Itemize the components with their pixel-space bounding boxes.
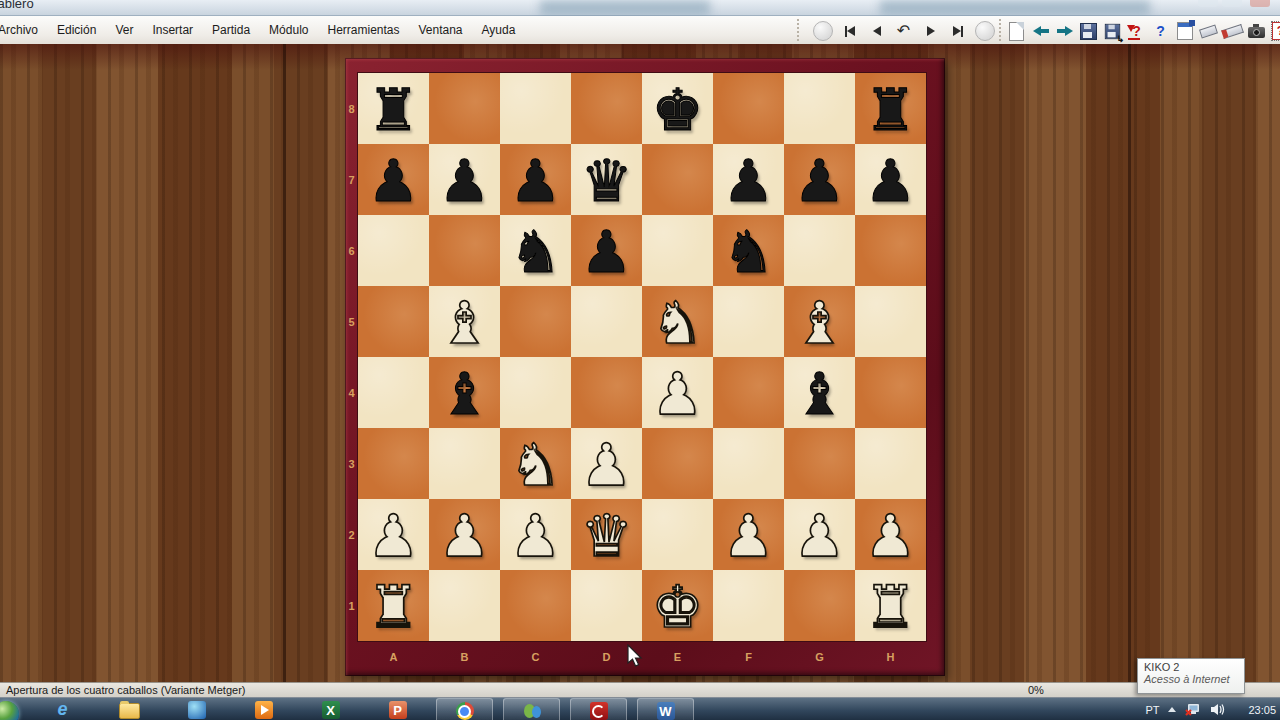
language-indicator[interactable]: PT [1145,704,1159,716]
white-knight: ♞ [500,428,571,499]
eraser-icon [1199,24,1218,38]
menu-ver[interactable]: Ver [108,23,140,37]
rank-label-2: 2 [345,499,358,570]
previous-move-button[interactable] [866,21,887,42]
save-icon [1080,23,1097,40]
black-rook: ♜ [855,73,926,144]
previous-game-button[interactable] [812,21,833,42]
eraser-button[interactable] [1198,21,1219,42]
white-bishop: ♝ [784,286,855,357]
square-e1[interactable]: ♚ [642,570,713,641]
navigation-toolbar: ↶ [812,19,995,43]
next-game-button[interactable] [974,21,995,42]
black-rook: ♜ [358,73,429,144]
white-queen: ♛ [571,499,642,570]
new-game-button[interactable] [1006,21,1027,42]
close-button[interactable] [1250,0,1270,7]
next-move-icon [927,26,935,36]
first-move-icon [847,26,855,36]
square-d2[interactable]: ♛ [571,499,642,570]
opening-name-text: Apertura de los cuatro caballos (Variant… [6,684,245,696]
chrome-icon[interactable] [436,698,493,720]
rank-label-1: 1 [345,570,358,641]
white-king: ♚ [642,570,713,641]
black-knight: ♞ [500,215,571,286]
back-arrow-button[interactable] [1030,21,1051,42]
title-bar: Tablero [0,0,1280,16]
square-c5[interactable] [500,286,571,357]
square-d3[interactable]: ♟ [571,428,642,499]
red-reader-icon [590,702,608,720]
square-c4[interactable] [500,357,571,428]
taskbar: eXPW PT 23:05 [0,697,1280,720]
square-d6[interactable]: ♟ [571,215,642,286]
first-move-button[interactable] [839,21,860,42]
file-label-c: C [500,646,571,671]
square-d8[interactable] [571,73,642,144]
menu-insertar[interactable]: Insertar [145,23,200,37]
square-h3[interactable] [855,428,926,499]
square-b8[interactable] [429,73,500,144]
square-b1[interactable] [429,570,500,641]
toolbar-drag-handle[interactable] [797,19,799,41]
square-a3[interactable] [358,428,429,499]
black-pawn: ♟ [358,144,429,215]
black-pawn: ♟ [571,215,642,286]
teal-left-arrow-icon [1033,26,1049,36]
mouse-cursor [627,644,645,668]
rank-label-8: 8 [345,73,358,144]
powerpoint-icon[interactable]: P [369,698,426,720]
white-pawn: ♟ [429,499,500,570]
rank-label-4: 4 [345,357,358,428]
square-f3[interactable] [713,428,784,499]
snapshot-button[interactable] [1246,21,1267,42]
show-hidden-icons-chevron[interactable] [1168,707,1176,712]
square-f2[interactable]: ♟ [713,499,784,570]
messenger-icon[interactable] [503,698,560,720]
menu-bar: ArchivoEdiciónVerInsertarPartidaMóduloHe… [0,16,1280,45]
media-player-blue-icon [188,701,206,719]
square-c1[interactable] [500,570,571,641]
rank-label-3: 3 [345,428,358,499]
square-e6[interactable] [642,215,713,286]
black-pawn: ♟ [713,144,784,215]
square-g7[interactable]: ♟ [784,144,855,215]
file-label-e: E [642,646,713,671]
square-b6[interactable] [429,215,500,286]
eraser-red-button[interactable] [1222,21,1243,42]
square-f5[interactable] [713,286,784,357]
square-e7[interactable] [642,144,713,215]
white-rook: ♜ [358,570,429,641]
start-button[interactable] [0,701,19,720]
square-c6[interactable]: ♞ [500,215,571,286]
messenger-icon [523,702,541,720]
square-b4[interactable]: ♝ [429,357,500,428]
next-game-circle-icon [975,21,995,41]
square-f6[interactable]: ♞ [713,215,784,286]
menu-ventana[interactable]: Ventana [412,23,470,37]
takeback-button[interactable]: ↶ [893,21,914,42]
new-document-icon [1009,22,1024,41]
media-player-orange-icon[interactable] [235,698,292,720]
forward-arrow-button[interactable] [1054,21,1075,42]
black-bishop: ♝ [784,357,855,428]
square-b5[interactable]: ♝ [429,286,500,357]
black-pawn: ♟ [784,144,855,215]
white-pawn: ♟ [571,428,642,499]
help-book-icon [1272,22,1280,40]
square-f1[interactable] [713,570,784,641]
rank-labels: 87654321 [345,73,358,641]
status-bar: Apertura de los cuatro caballos (Variant… [0,682,1280,698]
engine-progress-text: 0% [1028,684,1044,696]
word-icon: W [657,702,675,720]
network-status: Acesso à Internet [1144,673,1238,685]
white-bishop: ♝ [429,286,500,357]
file-label-b: B [429,646,500,671]
square-c8[interactable] [500,73,571,144]
square-g8[interactable] [784,73,855,144]
square-d7[interactable]: ♛ [571,144,642,215]
taskbar-clock[interactable]: 23:05 [1248,704,1276,716]
square-b2[interactable]: ♟ [429,499,500,570]
network-tooltip: KIKO 2 Acesso à Internet [1137,658,1245,694]
square-f8[interactable] [713,73,784,144]
white-pawn: ♟ [713,499,784,570]
square-a7[interactable]: ♟ [358,144,429,215]
camera-icon [1248,27,1265,38]
system-tray: PT 23:05 [1145,698,1276,720]
network-name: KIKO 2 [1144,661,1238,673]
menu-list: ArchivoEdiciónVerInsertarPartidaMóduloHe… [0,16,527,44]
last-move-icon [953,26,961,36]
square-a5[interactable] [358,286,429,357]
black-queen: ♛ [571,144,642,215]
excel-icon: X [322,701,340,719]
screen: Tablero ArchivoEdiciónVerInsertarPartida… [0,0,1280,720]
black-pawn: ♟ [500,144,571,215]
square-g2[interactable]: ♟ [784,499,855,570]
rank-label-5: 5 [345,286,358,357]
square-b3[interactable] [429,428,500,499]
excel-icon[interactable]: X [302,698,359,720]
speaker-icon[interactable] [1210,703,1225,716]
black-king: ♚ [642,73,713,144]
word-icon[interactable]: W [637,698,694,720]
media-player-orange-icon [255,701,273,719]
square-e4[interactable]: ♟ [642,357,713,428]
white-rook: ♜ [855,570,926,641]
square-c7[interactable]: ♟ [500,144,571,215]
engine-question-button[interactable]: ? [1150,21,1171,42]
windows-explorer-icon[interactable] [101,698,158,720]
save-button[interactable] [1078,21,1099,42]
internet-explorer-icon[interactable]: e [34,698,91,720]
square-f4[interactable] [713,357,784,428]
red-eraser-icon [1221,23,1244,38]
chrome-icon [456,702,474,720]
chess-board-frame: 87654321 ♜♚♜♟♟♟♛♟♟♟♞♟♞♝♞♝♝♟♝♞♟♟♟♟♛♟♟♟♜♚♜… [345,58,945,676]
square-c3[interactable]: ♞ [500,428,571,499]
white-pawn: ♟ [855,499,926,570]
square-a1[interactable]: ♜ [358,570,429,641]
square-a8[interactable]: ♜ [358,73,429,144]
game-properties-button[interactable] [1174,21,1195,42]
white-pawn: ♟ [642,357,713,428]
properties-sheet-icon [1177,22,1193,40]
square-d5[interactable] [571,286,642,357]
menu-archivo[interactable]: Archivo [0,23,45,37]
white-knight: ♞ [642,286,713,357]
white-pawn: ♟ [500,499,571,570]
square-h5[interactable] [855,286,926,357]
toolbar-drag-handle[interactable] [999,19,1001,41]
square-e8[interactable]: ♚ [642,73,713,144]
minimize-button[interactable] [1198,0,1218,7]
square-d1[interactable] [571,570,642,641]
menu-ayuda[interactable]: Ayuda [475,23,523,37]
square-g1[interactable] [784,570,855,641]
chess-board: ♜♚♜♟♟♟♛♟♟♟♞♟♞♝♞♝♝♟♝♞♟♟♟♟♛♟♟♟♜♚♜ [358,73,926,641]
red-down-arrow-icon [1127,25,1135,32]
square-f7[interactable]: ♟ [713,144,784,215]
file-label-f: F [713,646,784,671]
titlebar-sheen [540,0,710,15]
rank-label-7: 7 [345,144,358,215]
square-h1[interactable]: ♜ [855,570,926,641]
blue-question-icon: ? [1156,23,1165,39]
white-pawn: ♟ [358,499,429,570]
taskbar-apps: eXPW [34,698,704,720]
square-a4[interactable] [358,357,429,428]
black-knight: ♞ [713,215,784,286]
square-h6[interactable] [855,215,926,286]
network-icon[interactable] [1185,703,1201,717]
square-h4[interactable] [855,357,926,428]
file-label-a: A [358,646,429,671]
titlebar-sheen [880,0,1150,15]
main-toolbar: ↳ ? ? [1006,19,1280,43]
square-g6[interactable] [784,215,855,286]
internet-explorer-icon: e [57,701,67,718]
help-book-button[interactable] [1270,21,1280,42]
load-question-button[interactable]: ? [1126,21,1147,42]
square-d4[interactable] [571,357,642,428]
black-pawn: ♟ [429,144,500,215]
save-as-button[interactable]: ↳ [1102,21,1123,42]
previous-move-icon [873,26,881,36]
board-background: 87654321 ♜♚♜♟♟♟♛♟♟♟♞♟♞♝♞♝♝♟♝♞♟♟♟♟♛♟♟♟♜♚♜… [0,44,1280,682]
media-player-blue-icon[interactable] [168,698,225,720]
red-reader-icon[interactable] [570,698,627,720]
square-g5[interactable]: ♝ [784,286,855,357]
square-h7[interactable]: ♟ [855,144,926,215]
square-h2[interactable]: ♟ [855,499,926,570]
square-e3[interactable] [642,428,713,499]
square-h8[interactable]: ♜ [855,73,926,144]
takeback-icon: ↶ [897,22,910,40]
square-c2[interactable]: ♟ [500,499,571,570]
file-label-h: H [855,646,926,671]
square-e2[interactable] [642,499,713,570]
square-a6[interactable] [358,215,429,286]
square-g4[interactable]: ♝ [784,357,855,428]
black-bishop: ♝ [429,357,500,428]
last-move-button[interactable] [947,21,968,42]
file-label-g: G [784,646,855,671]
teal-right-arrow-icon [1057,26,1073,36]
previous-game-circle-icon [813,21,833,41]
black-pawn: ♟ [855,144,926,215]
window-title: Tablero [0,0,34,11]
menu-partida[interactable]: Partida [205,23,257,37]
menu-edicion[interactable]: Edición [50,23,103,37]
square-g3[interactable] [784,428,855,499]
square-e5[interactable]: ♞ [642,286,713,357]
white-pawn: ♟ [784,499,855,570]
rank-label-6: 6 [345,215,358,286]
powerpoint-icon: P [389,701,407,719]
windows-explorer-icon [119,703,140,719]
square-b7[interactable]: ♟ [429,144,500,215]
square-a2[interactable]: ♟ [358,499,429,570]
next-move-button[interactable] [920,21,941,42]
maximize-button[interactable] [1222,0,1242,7]
menu-modulo[interactable]: Módulo [262,23,315,37]
menu-herramientas[interactable]: Herramientas [320,23,406,37]
